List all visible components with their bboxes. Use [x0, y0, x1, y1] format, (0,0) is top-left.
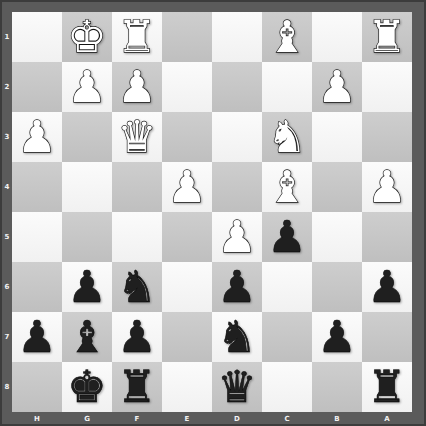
square-f8[interactable]: ♜ [112, 362, 162, 412]
square-a6[interactable]: ♟ [362, 262, 412, 312]
piece-black-pawn[interactable]: ♟ [267, 212, 306, 262]
square-f3[interactable]: ♛ [112, 112, 162, 162]
rank-label-8: 8 [0, 362, 12, 412]
square-b3[interactable] [312, 112, 362, 162]
rank-label-3: 3 [0, 112, 12, 162]
square-g2[interactable]: ♟ [62, 62, 112, 112]
square-d7[interactable]: ♞ [212, 312, 262, 362]
file-label-c: C [262, 412, 312, 426]
piece-white-queen[interactable]: ♛ [117, 112, 156, 162]
square-e4[interactable]: ♟ [162, 162, 212, 212]
square-g3[interactable] [62, 112, 112, 162]
file-label-f: F [112, 412, 162, 426]
piece-white-rook[interactable]: ♜ [367, 12, 406, 62]
piece-black-knight[interactable]: ♞ [117, 262, 156, 312]
square-c6[interactable] [262, 262, 312, 312]
rank-labels: 12345678 [0, 12, 12, 412]
square-c7[interactable] [262, 312, 312, 362]
square-f2[interactable]: ♟ [112, 62, 162, 112]
square-h7[interactable]: ♟ [12, 312, 62, 362]
square-a5[interactable] [362, 212, 412, 262]
square-e6[interactable] [162, 262, 212, 312]
square-a7[interactable] [362, 312, 412, 362]
rank-label-1: 1 [0, 12, 12, 62]
square-g4[interactable] [62, 162, 112, 212]
square-a2[interactable] [362, 62, 412, 112]
piece-black-rook[interactable]: ♜ [117, 362, 156, 412]
square-d2[interactable] [212, 62, 262, 112]
square-e2[interactable] [162, 62, 212, 112]
square-b1[interactable] [312, 12, 362, 62]
square-d8[interactable]: ♛ [212, 362, 262, 412]
square-b6[interactable] [312, 262, 362, 312]
square-a8[interactable]: ♜ [362, 362, 412, 412]
piece-black-pawn[interactable]: ♟ [317, 312, 356, 362]
piece-white-bishop[interactable]: ♝ [267, 12, 306, 62]
square-c2[interactable] [262, 62, 312, 112]
square-h5[interactable] [12, 212, 62, 262]
square-b7[interactable]: ♟ [312, 312, 362, 362]
square-h3[interactable]: ♟ [12, 112, 62, 162]
square-c1[interactable]: ♝ [262, 12, 312, 62]
piece-black-pawn[interactable]: ♟ [217, 262, 256, 312]
piece-black-rook[interactable]: ♜ [367, 362, 406, 412]
square-h2[interactable] [12, 62, 62, 112]
file-label-g: G [62, 412, 112, 426]
file-labels: HGFEDCBA [12, 412, 412, 426]
square-c4[interactable]: ♝ [262, 162, 312, 212]
piece-white-pawn[interactable]: ♟ [317, 62, 356, 112]
rank-label-6: 6 [0, 262, 12, 312]
file-label-h: H [12, 412, 62, 426]
piece-white-rook[interactable]: ♜ [117, 12, 156, 62]
piece-white-pawn[interactable]: ♟ [67, 62, 106, 112]
square-a1[interactable]: ♜ [362, 12, 412, 62]
piece-black-pawn[interactable]: ♟ [17, 312, 56, 362]
square-g7[interactable]: ♝ [62, 312, 112, 362]
piece-white-pawn[interactable]: ♟ [167, 162, 206, 212]
square-h4[interactable] [12, 162, 62, 212]
file-label-a: A [362, 412, 412, 426]
square-b4[interactable] [312, 162, 362, 212]
file-label-e: E [162, 412, 212, 426]
piece-black-pawn[interactable]: ♟ [67, 262, 106, 312]
square-c3[interactable]: ♞ [262, 112, 312, 162]
square-h1[interactable] [12, 12, 62, 62]
square-e8[interactable] [162, 362, 212, 412]
square-f7[interactable]: ♟ [112, 312, 162, 362]
square-c8[interactable] [262, 362, 312, 412]
piece-black-pawn[interactable]: ♟ [117, 312, 156, 362]
piece-white-pawn[interactable]: ♟ [217, 212, 256, 262]
square-f6[interactable]: ♞ [112, 262, 162, 312]
square-d4[interactable] [212, 162, 262, 212]
square-h8[interactable] [12, 362, 62, 412]
piece-white-pawn[interactable]: ♟ [17, 112, 56, 162]
piece-white-pawn[interactable]: ♟ [117, 62, 156, 112]
square-d6[interactable]: ♟ [212, 262, 262, 312]
piece-black-king[interactable]: ♚ [67, 362, 106, 412]
piece-white-knight[interactable]: ♞ [267, 112, 306, 162]
square-h6[interactable] [12, 262, 62, 312]
square-e1[interactable] [162, 12, 212, 62]
square-e7[interactable] [162, 312, 212, 362]
square-b8[interactable] [312, 362, 362, 412]
square-b5[interactable] [312, 212, 362, 262]
square-d5[interactable]: ♟ [212, 212, 262, 262]
rank-label-4: 4 [0, 162, 12, 212]
square-e5[interactable] [162, 212, 212, 262]
file-label-b: B [312, 412, 362, 426]
chess-board: ♚♜♝♜♟♟♟♟♛♞♟♝♟♟♟♟♞♟♟♟♝♟♞♟♚♜♛♜ [12, 12, 412, 412]
file-label-d: D [212, 412, 262, 426]
square-b2[interactable]: ♟ [312, 62, 362, 112]
piece-white-pawn[interactable]: ♟ [367, 162, 406, 212]
square-g6[interactable]: ♟ [62, 262, 112, 312]
chess-board-frame: ♚♜♝♜♟♟♟♟♛♞♟♝♟♟♟♟♞♟♟♟♝♟♞♟♚♜♛♜ 12345678 HG… [0, 0, 426, 426]
square-f4[interactable] [112, 162, 162, 212]
square-f5[interactable] [112, 212, 162, 262]
piece-white-bishop[interactable]: ♝ [267, 162, 306, 212]
piece-black-bishop[interactable]: ♝ [67, 312, 106, 362]
piece-white-king[interactable]: ♚ [67, 12, 106, 62]
square-a4[interactable]: ♟ [362, 162, 412, 212]
square-g1[interactable]: ♚ [62, 12, 112, 62]
piece-black-knight[interactable]: ♞ [217, 312, 256, 362]
rank-label-7: 7 [0, 312, 12, 362]
square-g5[interactable] [62, 212, 112, 262]
square-a3[interactable] [362, 112, 412, 162]
square-g8[interactable]: ♚ [62, 362, 112, 412]
piece-black-pawn[interactable]: ♟ [367, 262, 406, 312]
piece-black-queen[interactable]: ♛ [217, 362, 256, 412]
square-f1[interactable]: ♜ [112, 12, 162, 62]
rank-label-2: 2 [0, 62, 12, 112]
rank-label-5: 5 [0, 212, 12, 262]
square-d1[interactable] [212, 12, 262, 62]
square-c5[interactable]: ♟ [262, 212, 312, 262]
square-d3[interactable] [212, 112, 262, 162]
square-e3[interactable] [162, 112, 212, 162]
